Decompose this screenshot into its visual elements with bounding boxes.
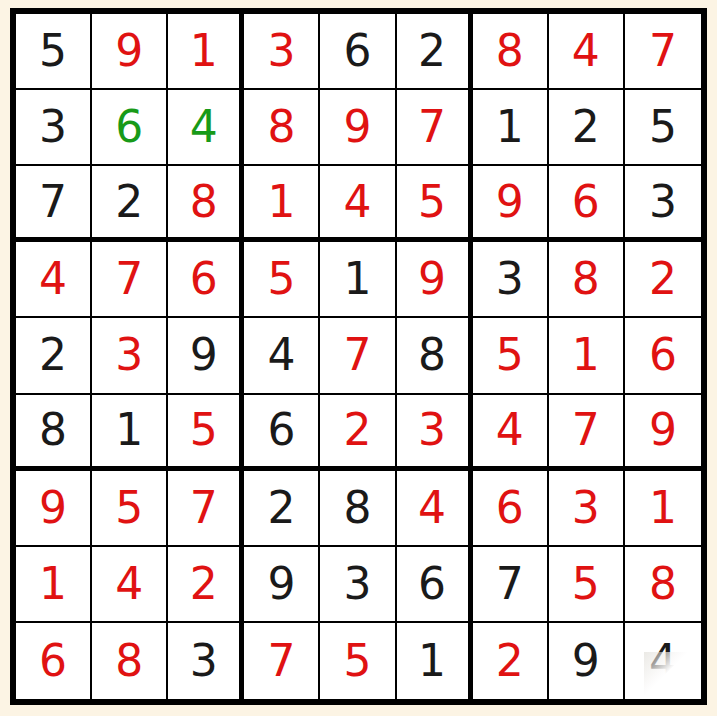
cell-r2c5[interactable]: 9 <box>320 90 396 166</box>
cell-r6c7[interactable]: 4 <box>473 395 549 471</box>
cell-r3c1[interactable]: 7 <box>16 166 92 242</box>
cell-r7c9[interactable]: 1 <box>625 471 701 547</box>
cell-r2c7[interactable]: 1 <box>473 90 549 166</box>
cell-r1c5[interactable]: 6 <box>320 14 396 90</box>
cell-r9c5[interactable]: 5 <box>320 623 396 699</box>
cell-r9c4[interactable]: 7 <box>244 623 320 699</box>
cell-r1c6[interactable]: 2 <box>397 14 473 90</box>
cell-r1c2[interactable]: 9 <box>92 14 168 90</box>
cell-r6c8[interactable]: 7 <box>549 395 625 471</box>
cell-r8c2[interactable]: 4 <box>92 547 168 623</box>
cell-r4c7[interactable]: 3 <box>473 242 549 318</box>
cell-r1c4[interactable]: 3 <box>244 14 320 90</box>
cell-r4c6[interactable]: 9 <box>397 242 473 318</box>
cell-r3c3[interactable]: 8 <box>168 166 244 242</box>
cell-r4c1[interactable]: 4 <box>16 242 92 318</box>
cell-r2c2[interactable]: 6 <box>92 90 168 166</box>
cell-r3c2[interactable]: 2 <box>92 166 168 242</box>
cell-r7c3[interactable]: 7 <box>168 471 244 547</box>
cell-r4c2[interactable]: 7 <box>92 242 168 318</box>
cell-r7c5[interactable]: 8 <box>320 471 396 547</box>
cell-r2c8[interactable]: 2 <box>549 90 625 166</box>
cell-r8c5[interactable]: 3 <box>320 547 396 623</box>
cell-r8c9[interactable]: 8 <box>625 547 701 623</box>
cell-r3c4[interactable]: 1 <box>244 166 320 242</box>
cell-r6c1[interactable]: 8 <box>16 395 92 471</box>
cell-r4c3[interactable]: 6 <box>168 242 244 318</box>
cell-r7c1[interactable]: 9 <box>16 471 92 547</box>
cell-r1c3[interactable]: 1 <box>168 14 244 90</box>
cell-r7c7[interactable]: 6 <box>473 471 549 547</box>
sudoku-board: 5913628473648971257281459634765193822394… <box>10 8 707 705</box>
cell-r9c6[interactable]: 1 <box>397 623 473 699</box>
cell-r2c3[interactable]: 4 <box>168 90 244 166</box>
cell-r8c6[interactable]: 6 <box>397 547 473 623</box>
cell-r8c1[interactable]: 1 <box>16 547 92 623</box>
cell-r4c5[interactable]: 1 <box>320 242 396 318</box>
cell-r3c8[interactable]: 6 <box>549 166 625 242</box>
cell-r3c5[interactable]: 4 <box>320 166 396 242</box>
cell-r8c7[interactable]: 7 <box>473 547 549 623</box>
cell-r7c6[interactable]: 4 <box>397 471 473 547</box>
cell-r6c5[interactable]: 2 <box>320 395 396 471</box>
cell-r1c8[interactable]: 4 <box>549 14 625 90</box>
cell-r6c6[interactable]: 3 <box>397 395 473 471</box>
cell-r7c4[interactable]: 2 <box>244 471 320 547</box>
cell-r4c8[interactable]: 8 <box>549 242 625 318</box>
cell-r9c3[interactable]: 3 <box>168 623 244 699</box>
cell-r9c8[interactable]: 9 <box>549 623 625 699</box>
cell-r9c9[interactable]: 4 <box>625 623 701 699</box>
cell-r5c1[interactable]: 2 <box>16 318 92 394</box>
cell-r5c9[interactable]: 6 <box>625 318 701 394</box>
cell-r5c7[interactable]: 5 <box>473 318 549 394</box>
cell-r3c6[interactable]: 5 <box>397 166 473 242</box>
cell-r4c9[interactable]: 2 <box>625 242 701 318</box>
cell-r8c3[interactable]: 2 <box>168 547 244 623</box>
cell-r1c7[interactable]: 8 <box>473 14 549 90</box>
cell-r1c9[interactable]: 7 <box>625 14 701 90</box>
cell-r5c6[interactable]: 8 <box>397 318 473 394</box>
cell-r2c1[interactable]: 3 <box>16 90 92 166</box>
cell-r5c5[interactable]: 7 <box>320 318 396 394</box>
cell-r8c8[interactable]: 5 <box>549 547 625 623</box>
cell-r9c1[interactable]: 6 <box>16 623 92 699</box>
cell-r6c3[interactable]: 5 <box>168 395 244 471</box>
cell-r6c4[interactable]: 6 <box>244 395 320 471</box>
cell-r8c4[interactable]: 9 <box>244 547 320 623</box>
cell-r7c2[interactable]: 5 <box>92 471 168 547</box>
cell-r5c2[interactable]: 3 <box>92 318 168 394</box>
cell-r5c4[interactable]: 4 <box>244 318 320 394</box>
cell-r9c7[interactable]: 2 <box>473 623 549 699</box>
cell-r9c2[interactable]: 8 <box>92 623 168 699</box>
cell-r5c8[interactable]: 1 <box>549 318 625 394</box>
cell-r7c8[interactable]: 3 <box>549 471 625 547</box>
cell-r3c7[interactable]: 9 <box>473 166 549 242</box>
cell-r6c2[interactable]: 1 <box>92 395 168 471</box>
cell-r2c6[interactable]: 7 <box>397 90 473 166</box>
cell-r1c1[interactable]: 5 <box>16 14 92 90</box>
cell-r6c9[interactable]: 9 <box>625 395 701 471</box>
cell-r3c9[interactable]: 3 <box>625 166 701 242</box>
cell-r4c4[interactable]: 5 <box>244 242 320 318</box>
cell-r2c9[interactable]: 5 <box>625 90 701 166</box>
cell-r5c3[interactable]: 9 <box>168 318 244 394</box>
cell-r2c4[interactable]: 8 <box>244 90 320 166</box>
